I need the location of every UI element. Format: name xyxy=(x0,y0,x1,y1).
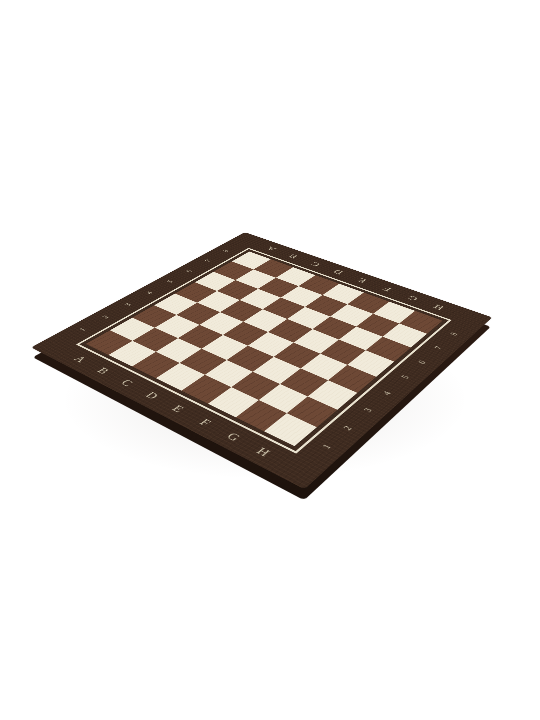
product-photo-scene: ABCDEFGH ABCDEFGH 87654321 87654321 xyxy=(0,0,540,720)
board-3d-wrap: ABCDEFGH ABCDEFGH 87654321 87654321 xyxy=(52,116,484,548)
inlay-line xyxy=(76,248,452,454)
chess-board: ABCDEFGH ABCDEFGH 87654321 87654321 xyxy=(31,232,492,489)
